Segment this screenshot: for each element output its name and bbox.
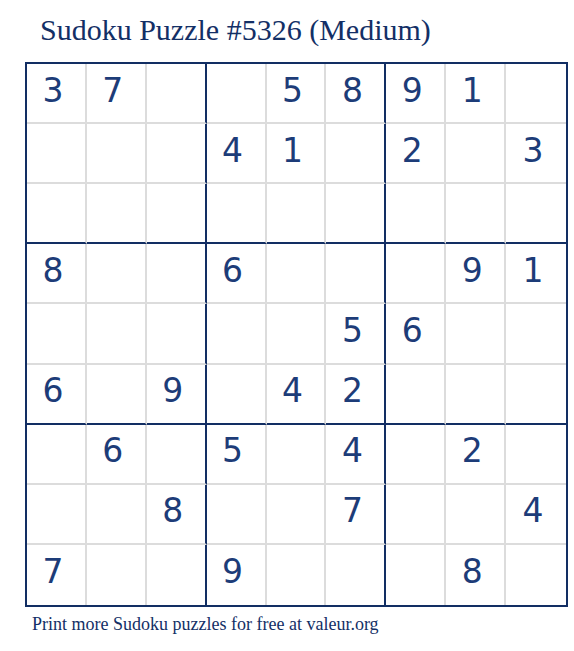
cell-r9c3[interactable] xyxy=(147,545,207,605)
given-digit: 8 xyxy=(462,552,483,591)
sudoku-grid: 375891412386915669426542874798 xyxy=(25,62,568,607)
cell-r1c2[interactable]: 7 xyxy=(87,64,147,124)
cell-r5c1[interactable] xyxy=(27,304,87,364)
cell-r5c6[interactable]: 5 xyxy=(326,304,386,364)
cell-r9c7[interactable] xyxy=(386,545,446,605)
given-digit: 6 xyxy=(102,431,123,470)
cell-r5c5[interactable] xyxy=(267,304,327,364)
cell-r6c3[interactable]: 9 xyxy=(147,365,207,425)
cell-r6c5[interactable]: 4 xyxy=(267,365,327,425)
cell-r9c5[interactable] xyxy=(267,545,327,605)
cell-r5c2[interactable] xyxy=(87,304,147,364)
cell-r1c6[interactable]: 8 xyxy=(326,64,386,124)
given-digit: 6 xyxy=(222,251,243,290)
given-digit: 9 xyxy=(462,251,483,290)
cell-r3c8[interactable] xyxy=(446,184,506,244)
cell-r1c9[interactable] xyxy=(506,64,566,124)
cell-r4c7[interactable] xyxy=(386,244,446,304)
cell-r5c7[interactable]: 6 xyxy=(386,304,446,364)
cell-r5c9[interactable] xyxy=(506,304,566,364)
given-digit: 2 xyxy=(342,371,363,410)
given-digit: 8 xyxy=(162,491,183,530)
cell-r8c8[interactable] xyxy=(446,485,506,545)
cell-r7c2[interactable]: 6 xyxy=(87,425,147,485)
given-digit: 2 xyxy=(402,131,423,170)
given-digit: 4 xyxy=(523,491,544,530)
given-digit: 7 xyxy=(342,491,363,530)
cell-r8c7[interactable] xyxy=(386,485,446,545)
cell-r7c4[interactable]: 5 xyxy=(207,425,267,485)
cell-r9c4[interactable]: 9 xyxy=(207,545,267,605)
footer-note: Print more Sudoku puzzles for free at va… xyxy=(32,614,379,635)
cell-r7c7[interactable] xyxy=(386,425,446,485)
cell-r9c8[interactable]: 8 xyxy=(446,545,506,605)
given-digit: 6 xyxy=(42,371,63,410)
cell-r1c8[interactable]: 1 xyxy=(446,64,506,124)
cell-r3c7[interactable] xyxy=(386,184,446,244)
cell-r8c6[interactable]: 7 xyxy=(326,485,386,545)
cell-r8c2[interactable] xyxy=(87,485,147,545)
cell-r7c3[interactable] xyxy=(147,425,207,485)
cell-r1c1[interactable]: 3 xyxy=(27,64,87,124)
given-digit: 1 xyxy=(462,71,483,110)
cell-r2c3[interactable] xyxy=(147,124,207,184)
given-digit: 6 xyxy=(402,311,423,350)
cell-r2c8[interactable] xyxy=(446,124,506,184)
cell-r4c8[interactable]: 9 xyxy=(446,244,506,304)
cell-r7c5[interactable] xyxy=(267,425,327,485)
cell-r4c2[interactable] xyxy=(87,244,147,304)
cell-r6c9[interactable] xyxy=(506,365,566,425)
cell-r1c4[interactable] xyxy=(207,64,267,124)
cell-r7c1[interactable] xyxy=(27,425,87,485)
cell-r4c4[interactable]: 6 xyxy=(207,244,267,304)
given-digit: 2 xyxy=(462,431,483,470)
given-digit: 5 xyxy=(282,71,303,110)
cell-r3c4[interactable] xyxy=(207,184,267,244)
cell-r8c3[interactable]: 8 xyxy=(147,485,207,545)
cell-r7c8[interactable]: 2 xyxy=(446,425,506,485)
cell-r6c7[interactable] xyxy=(386,365,446,425)
given-digit: 8 xyxy=(342,71,363,110)
cell-r7c6[interactable]: 4 xyxy=(326,425,386,485)
cell-r8c4[interactable] xyxy=(207,485,267,545)
cell-r6c2[interactable] xyxy=(87,365,147,425)
given-digit: 7 xyxy=(102,71,123,110)
cell-r2c5[interactable]: 1 xyxy=(267,124,327,184)
cell-r3c6[interactable] xyxy=(326,184,386,244)
cell-r6c8[interactable] xyxy=(446,365,506,425)
given-digit: 9 xyxy=(222,552,243,591)
cell-r2c7[interactable]: 2 xyxy=(386,124,446,184)
given-digit: 1 xyxy=(523,251,544,290)
cell-r1c5[interactable]: 5 xyxy=(267,64,327,124)
cell-r6c1[interactable]: 6 xyxy=(27,365,87,425)
given-digit: 4 xyxy=(222,131,243,170)
cell-r7c9[interactable] xyxy=(506,425,566,485)
cell-r5c8[interactable] xyxy=(446,304,506,364)
cell-r5c4[interactable] xyxy=(207,304,267,364)
cell-r4c1[interactable]: 8 xyxy=(27,244,87,304)
given-digit: 9 xyxy=(162,371,183,410)
given-digit: 7 xyxy=(42,552,63,591)
given-digit: 5 xyxy=(222,431,243,470)
cell-r9c6[interactable] xyxy=(326,545,386,605)
cell-r2c9[interactable]: 3 xyxy=(506,124,566,184)
cell-r8c9[interactable]: 4 xyxy=(506,485,566,545)
cell-r1c3[interactable] xyxy=(147,64,207,124)
given-digit: 3 xyxy=(523,131,544,170)
cell-r2c2[interactable] xyxy=(87,124,147,184)
cell-r4c5[interactable] xyxy=(267,244,327,304)
cell-r8c1[interactable] xyxy=(27,485,87,545)
given-digit: 4 xyxy=(342,431,363,470)
cell-r2c4[interactable]: 4 xyxy=(207,124,267,184)
cell-r2c6[interactable] xyxy=(326,124,386,184)
cell-r6c6[interactable]: 2 xyxy=(326,365,386,425)
cell-r9c9[interactable] xyxy=(506,545,566,605)
cell-r4c6[interactable] xyxy=(326,244,386,304)
given-digit: 3 xyxy=(42,71,63,110)
cell-r1c7[interactable]: 9 xyxy=(386,64,446,124)
given-digit: 1 xyxy=(282,131,303,170)
cell-r3c9[interactable] xyxy=(506,184,566,244)
cell-r8c5[interactable] xyxy=(267,485,327,545)
cell-r5c3[interactable] xyxy=(147,304,207,364)
given-digit: 5 xyxy=(342,311,363,350)
cell-r6c4[interactable] xyxy=(207,365,267,425)
cell-r2c1[interactable] xyxy=(27,124,87,184)
cell-r4c3[interactable] xyxy=(147,244,207,304)
cell-r3c5[interactable] xyxy=(267,184,327,244)
given-digit: 4 xyxy=(282,371,303,410)
page-root: { "game": "sudoku", "position": "37..589… xyxy=(0,0,574,651)
cell-r3c1[interactable] xyxy=(27,184,87,244)
puzzle-title: Sudoku Puzzle #5326 (Medium) xyxy=(40,12,431,48)
cell-r3c2[interactable] xyxy=(87,184,147,244)
given-digit: 8 xyxy=(42,251,63,290)
cell-r9c1[interactable]: 7 xyxy=(27,545,87,605)
cell-r9c2[interactable] xyxy=(87,545,147,605)
cell-r4c9[interactable]: 1 xyxy=(506,244,566,304)
given-digit: 9 xyxy=(402,71,423,110)
cell-r3c3[interactable] xyxy=(147,184,207,244)
